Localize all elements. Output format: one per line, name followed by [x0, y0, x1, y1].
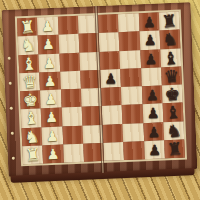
frame-pin-dot — [12, 157, 15, 160]
square-e8: ♚ — [162, 85, 183, 104]
square-f7: ♟ — [142, 104, 163, 123]
square-h6 — [123, 141, 144, 160]
frame-pin-dot — [8, 56, 11, 59]
square-g5 — [102, 124, 123, 143]
square-e7: ♟ — [141, 85, 162, 104]
piece-black-pawn-g7: ♟ — [143, 122, 164, 141]
square-a1: ♜ — [17, 18, 38, 37]
square-f6 — [122, 104, 143, 123]
square-b3 — [58, 34, 79, 53]
piece-black-bishop-f8: ♝ — [162, 102, 184, 122]
piece-white-rook-h1: ♜ — [22, 145, 44, 165]
piece-white-pawn-b2: ♟ — [38, 35, 59, 54]
square-a7: ♟ — [138, 12, 159, 31]
piece-black-pawn-f7: ♟ — [142, 104, 163, 123]
piece-black-pawn-c7: ♟ — [140, 49, 161, 68]
piece-white-knight-g1: ♞ — [21, 126, 43, 146]
square-d8: ♛ — [161, 66, 182, 85]
frame-pin-dot — [11, 132, 14, 135]
square-e3 — [60, 89, 81, 108]
piece-white-pawn-e2: ♟ — [40, 90, 61, 109]
square-d1: ♛ — [19, 72, 40, 91]
piece-white-queen-d1: ♛ — [19, 72, 41, 92]
square-h7: ♟ — [144, 140, 165, 159]
square-f5 — [102, 105, 123, 124]
square-c5 — [99, 51, 120, 70]
piece-black-pawn-h7: ♟ — [144, 140, 165, 159]
square-e2: ♟ — [40, 90, 61, 109]
piece-black-rook-h8: ♜ — [163, 139, 185, 159]
square-h5 — [103, 142, 124, 161]
square-c2: ♟ — [39, 53, 60, 72]
square-e1: ♚ — [20, 90, 41, 109]
floor: ♜♟♟♜♞♟♟♞♝♟♟♝♛♟♟♛♚♟♟♚♝♟♟♝♞♟♟♞♜♟♟♜ — [0, 0, 200, 200]
square-g1: ♞ — [22, 127, 43, 146]
square-c8: ♝ — [160, 48, 181, 67]
square-b8: ♞ — [159, 30, 180, 49]
piece-white-pawn-f2: ♟ — [41, 108, 62, 127]
square-b7: ♟ — [139, 31, 160, 50]
piece-black-pawn-d5: ♟ — [100, 69, 120, 87]
square-g2: ♟ — [42, 126, 63, 145]
piece-white-knight-b1: ♞ — [17, 35, 39, 55]
square-h8: ♜ — [164, 139, 185, 158]
piece-white-pawn-h2: ♟ — [43, 144, 64, 163]
square-c7: ♟ — [140, 49, 161, 68]
piece-white-pawn-a2: ♟ — [37, 17, 58, 36]
piece-white-pawn-d2: ♟ — [39, 71, 60, 90]
piece-white-bishop-c1: ♝ — [18, 54, 40, 74]
square-g8: ♞ — [163, 121, 184, 140]
square-d7 — [141, 67, 162, 86]
square-c1: ♝ — [18, 54, 39, 73]
piece-black-pawn-a7: ♟ — [138, 13, 159, 32]
square-b5 — [99, 32, 120, 51]
square-e6 — [121, 86, 142, 105]
square-f3 — [61, 107, 82, 126]
square-d5: ♟ — [100, 69, 121, 88]
piece-black-pawn-b7: ♟ — [139, 31, 160, 50]
piece-white-pawn-c2: ♟ — [39, 53, 60, 72]
frame-pin-dot — [9, 81, 12, 84]
square-b2: ♟ — [38, 35, 59, 54]
piece-white-rook-a1: ♜ — [17, 17, 39, 37]
square-b6 — [119, 32, 140, 51]
square-h3 — [63, 143, 84, 162]
frame-pin-dot — [10, 107, 13, 110]
square-f8: ♝ — [162, 103, 183, 122]
square-a2: ♟ — [37, 17, 58, 36]
piece-white-bishop-f1: ♝ — [20, 108, 42, 128]
piece-black-knight-b8: ♞ — [159, 29, 181, 49]
piece-black-king-e8: ♚ — [161, 84, 183, 104]
piece-white-pawn-g2: ♟ — [42, 126, 63, 145]
square-d2: ♟ — [39, 71, 60, 90]
square-g6 — [123, 123, 144, 142]
square-a3 — [57, 16, 78, 35]
square-g7: ♟ — [143, 122, 164, 141]
piece-black-knight-g8: ♞ — [163, 121, 185, 141]
piece-black-queen-d8: ♛ — [160, 66, 182, 86]
square-c3 — [59, 52, 80, 71]
square-h2: ♟ — [43, 144, 64, 163]
square-d3 — [60, 71, 81, 90]
chess-board: ♜♟♟♜♞♟♟♞♝♟♟♝♛♟♟♛♚♟♟♚♝♟♟♝♞♟♟♞♜♟♟♜ — [2, 2, 198, 177]
piece-black-bishop-c8: ♝ — [160, 48, 182, 68]
square-d6 — [120, 68, 141, 87]
square-a6 — [118, 13, 139, 32]
square-e5 — [101, 87, 122, 106]
square-a8: ♜ — [159, 12, 180, 31]
piece-black-pawn-e7: ♟ — [142, 86, 163, 105]
square-g3 — [62, 125, 83, 144]
square-a5 — [98, 14, 119, 33]
square-f1: ♝ — [21, 109, 42, 128]
square-f2: ♟ — [41, 108, 62, 127]
square-b1: ♞ — [18, 36, 39, 55]
piece-black-rook-a8: ♜ — [158, 11, 180, 31]
square-c6 — [120, 50, 141, 69]
piece-white-king-e1: ♚ — [20, 90, 42, 110]
square-h1: ♜ — [22, 145, 43, 164]
